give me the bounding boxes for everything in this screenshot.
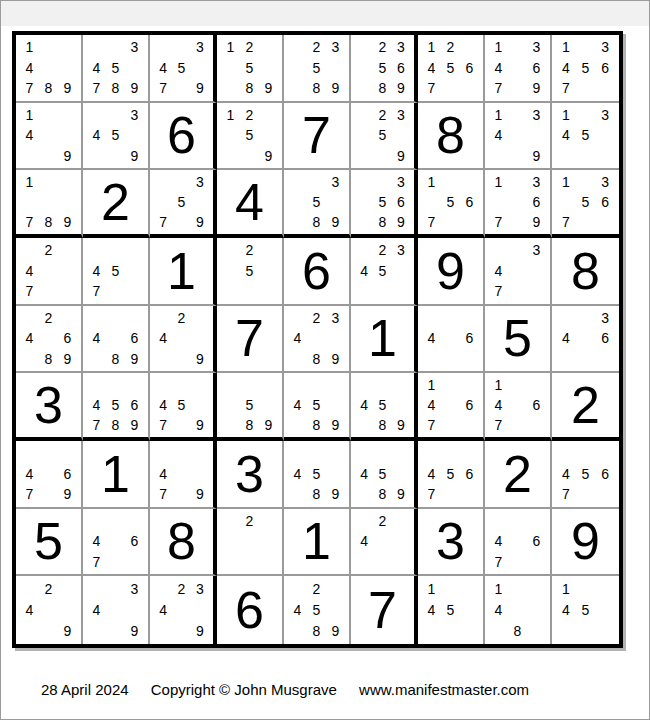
candidate-9	[460, 349, 479, 370]
solved-digit: 2	[552, 373, 619, 437]
candidate-9	[259, 281, 278, 302]
candidate-7	[489, 146, 508, 167]
cell-r3c7[interactable]: 1567	[418, 170, 485, 238]
candidate-4: 4	[87, 261, 106, 282]
candidate-4	[556, 192, 576, 212]
candidate-1	[154, 443, 172, 464]
candidate-9: 9	[125, 349, 144, 370]
cell-r2c1[interactable]: 149	[16, 103, 83, 171]
cell-r9c3[interactable]: 2349	[150, 576, 217, 644]
solved-digit: 2	[83, 170, 148, 234]
candidate-3	[460, 308, 479, 329]
pencil-marks: 23589	[284, 35, 349, 101]
candidate-8: 8	[39, 78, 58, 99]
candidate-9: 9	[191, 484, 209, 505]
cell-r9c7[interactable]: 145	[418, 576, 485, 644]
candidate-5: 5	[172, 192, 190, 212]
candidate-4: 4	[87, 395, 106, 415]
cell-r4c3[interactable]: 1	[150, 238, 217, 306]
candidate-6	[527, 125, 546, 146]
cell-r4c8[interactable]: 347	[485, 238, 552, 306]
candidate-2	[576, 37, 596, 58]
solved-digit: 7	[351, 576, 414, 644]
cell-r6c9[interactable]: 2	[552, 373, 619, 441]
candidate-2	[172, 375, 190, 395]
cell-r6c1[interactable]: 3	[16, 373, 83, 441]
candidate-8	[240, 146, 259, 167]
candidate-2	[508, 240, 527, 261]
solved-digit: 8	[150, 509, 213, 575]
cell-r7c1[interactable]: 4679	[16, 441, 83, 509]
candidate-1	[154, 37, 172, 58]
candidate-6	[58, 58, 77, 79]
cell-r8c7[interactable]: 3	[418, 509, 485, 577]
candidate-4: 4	[422, 600, 441, 621]
candidate-9	[527, 621, 546, 642]
candidate-5: 5	[441, 464, 460, 485]
candidate-6: 6	[392, 192, 410, 212]
candidate-6	[125, 600, 144, 621]
candidate-8	[576, 621, 596, 642]
candidate-2	[373, 443, 391, 464]
candidate-1: 1	[422, 37, 441, 58]
candidate-8	[508, 281, 527, 302]
cell-r2c7[interactable]: 8	[418, 103, 485, 171]
candidate-3	[460, 172, 479, 192]
candidate-1	[221, 240, 240, 261]
candidate-7	[288, 621, 307, 642]
solved-digit: 3	[217, 441, 282, 507]
candidate-7: 7	[87, 552, 106, 573]
candidate-2	[307, 443, 326, 464]
cell-r3c1[interactable]: 1789	[16, 170, 83, 238]
pencil-marks: 34579	[150, 35, 213, 101]
candidate-8	[441, 212, 460, 232]
candidate-4: 4	[556, 58, 576, 79]
candidate-4: 4	[20, 261, 39, 282]
candidate-9: 9	[58, 484, 77, 505]
pencil-marks: 1345	[552, 103, 619, 169]
candidate-6: 6	[527, 192, 546, 212]
cell-r2c4[interactable]: 1259	[217, 103, 284, 171]
candidate-4: 4	[556, 328, 576, 349]
solved-digit: 6	[217, 576, 282, 644]
candidate-2	[39, 443, 58, 464]
cell-r7c4[interactable]: 3	[217, 441, 284, 509]
candidate-3	[392, 443, 410, 464]
candidate-9	[460, 415, 479, 435]
candidate-9	[460, 78, 479, 99]
candidate-7: 7	[154, 415, 172, 435]
candidate-8	[106, 552, 125, 573]
candidate-1	[154, 375, 172, 395]
solved-digit: 8	[418, 103, 483, 169]
candidate-4: 4	[489, 125, 508, 146]
cell-r2c2[interactable]: 3459	[83, 103, 150, 171]
candidate-6	[191, 58, 209, 79]
candidate-9	[527, 415, 546, 435]
candidate-7: 7	[87, 281, 106, 302]
candidate-5: 5	[106, 125, 125, 146]
candidate-5: 5	[307, 58, 326, 79]
pencil-marks: 145	[418, 576, 483, 644]
candidate-5: 5	[576, 464, 596, 485]
cell-r1c7[interactable]: 124567	[418, 35, 485, 103]
candidate-8	[576, 78, 596, 99]
candidate-9: 9	[326, 484, 345, 505]
candidate-7: 7	[489, 78, 508, 99]
cell-r9c4[interactable]: 6	[217, 576, 284, 644]
candidate-3	[58, 308, 77, 329]
pencil-marks: 14789	[16, 35, 81, 101]
candidate-5: 5	[307, 464, 326, 485]
candidate-3	[58, 172, 77, 192]
candidate-5	[508, 600, 527, 621]
candidate-8: 8	[307, 415, 326, 435]
candidate-1	[355, 240, 373, 261]
candidate-9: 9	[58, 212, 77, 232]
cell-r5c4[interactable]: 7	[217, 306, 284, 374]
candidate-1: 1	[556, 105, 576, 126]
cell-r6c3[interactable]: 4579	[150, 373, 217, 441]
candidate-4: 4	[87, 531, 106, 552]
solved-digit: 8	[552, 238, 619, 304]
cell-r9c6[interactable]: 7	[351, 576, 418, 644]
candidate-6: 6	[392, 58, 410, 79]
candidate-7	[355, 415, 373, 435]
candidate-2: 2	[240, 240, 259, 261]
candidate-6	[125, 58, 144, 79]
candidate-6	[326, 395, 345, 415]
cell-r4c6[interactable]: 2345	[351, 238, 418, 306]
candidate-9	[460, 621, 479, 642]
candidate-7	[154, 349, 172, 370]
candidate-6	[259, 125, 278, 146]
cell-r3c5[interactable]: 3589	[284, 170, 351, 238]
cell-r4c7[interactable]: 9	[418, 238, 485, 306]
candidate-5: 5	[373, 395, 391, 415]
candidate-8	[576, 484, 596, 505]
cell-r2c5[interactable]: 7	[284, 103, 351, 171]
cell-r8c9[interactable]: 9	[552, 509, 619, 577]
pencil-marks: 589	[217, 373, 282, 437]
candidate-1: 1	[489, 172, 508, 192]
candidate-1	[221, 511, 240, 532]
cell-r9c2[interactable]: 349	[83, 576, 150, 644]
candidate-7: 7	[20, 484, 39, 505]
cell-r4c5[interactable]: 6	[284, 238, 351, 306]
candidate-3: 3	[326, 37, 345, 58]
solved-digit: 3	[418, 509, 483, 575]
candidate-2: 2	[172, 578, 190, 599]
candidate-6	[392, 464, 410, 485]
candidate-1	[288, 308, 307, 329]
candidate-6: 6	[527, 58, 546, 79]
candidate-1: 1	[556, 172, 576, 192]
candidate-7: 7	[20, 78, 39, 99]
candidate-9: 9	[125, 415, 144, 435]
cell-r5c8[interactable]: 5	[485, 306, 552, 374]
candidate-6: 6	[460, 192, 479, 212]
candidate-5: 5	[240, 58, 259, 79]
candidate-9	[595, 146, 615, 167]
candidate-4: 4	[489, 58, 508, 79]
candidate-6	[392, 261, 410, 282]
candidate-8	[106, 621, 125, 642]
candidate-1	[154, 578, 172, 599]
candidate-2: 2	[307, 37, 326, 58]
candidate-9: 9	[326, 415, 345, 435]
candidate-3	[595, 443, 615, 464]
cell-r8c5[interactable]: 1	[284, 509, 351, 577]
page: 1478934578934579125892358923568912456713…	[0, 0, 650, 720]
candidate-6	[595, 125, 615, 146]
candidate-3	[259, 37, 278, 58]
pencil-marks: 13679	[485, 170, 550, 234]
candidate-3	[460, 37, 479, 58]
candidate-2	[508, 375, 527, 395]
candidate-7	[288, 349, 307, 370]
cell-r3c6[interactable]: 35689	[351, 170, 418, 238]
cell-r8c3[interactable]: 8	[150, 509, 217, 577]
cell-r1c6[interactable]: 235689	[351, 35, 418, 103]
candidate-6	[392, 531, 410, 552]
pencil-marks: 25	[217, 238, 282, 304]
candidate-2: 2	[373, 37, 391, 58]
candidate-2: 2	[441, 37, 460, 58]
candidate-1	[87, 308, 106, 329]
candidate-1	[20, 443, 39, 464]
cell-r6c8[interactable]: 1467	[485, 373, 552, 441]
candidate-6	[392, 125, 410, 146]
candidate-1: 1	[422, 172, 441, 192]
cell-r1c2[interactable]: 345789	[83, 35, 150, 103]
candidate-7	[556, 146, 576, 167]
pencil-marks: 4589	[351, 373, 414, 437]
candidate-7: 7	[489, 212, 508, 232]
cell-r5c3[interactable]: 249	[150, 306, 217, 374]
cell-r6c7[interactable]: 1467	[418, 373, 485, 441]
cell-r8c8[interactable]: 467	[485, 509, 552, 577]
candidate-1	[20, 578, 39, 599]
cell-r2c6[interactable]: 2359	[351, 103, 418, 171]
cell-r9c5[interactable]: 24589	[284, 576, 351, 644]
candidate-6: 6	[595, 328, 615, 349]
cell-r1c5[interactable]: 23589	[284, 35, 351, 103]
candidate-2	[508, 511, 527, 532]
solved-digit: 4	[217, 170, 282, 234]
cell-r9c9[interactable]: 145	[552, 576, 619, 644]
pencil-marks: 467	[485, 509, 550, 575]
candidate-7	[556, 349, 576, 370]
candidate-1	[288, 375, 307, 395]
candidate-9	[595, 621, 615, 642]
cell-r9c8[interactable]: 148	[485, 576, 552, 644]
cell-r6c4[interactable]: 589	[217, 373, 284, 441]
candidate-8: 8	[307, 78, 326, 99]
candidate-8	[39, 484, 58, 505]
candidate-3: 3	[527, 105, 546, 126]
candidate-3: 3	[392, 172, 410, 192]
cell-r8c1[interactable]: 5	[16, 509, 83, 577]
candidate-4	[355, 125, 373, 146]
candidate-1	[87, 511, 106, 532]
pencil-marks: 2	[217, 509, 282, 575]
cell-r7c9[interactable]: 4567	[552, 441, 619, 509]
cell-r1c3[interactable]: 34579	[150, 35, 217, 103]
candidate-9	[392, 281, 410, 302]
solved-digit: 2	[485, 441, 550, 507]
candidate-3	[392, 375, 410, 395]
candidate-2	[39, 172, 58, 192]
cell-r6c5[interactable]: 4589	[284, 373, 351, 441]
cell-r1c4[interactable]: 12589	[217, 35, 284, 103]
cell-r3c9[interactable]: 13567	[552, 170, 619, 238]
candidate-7: 7	[489, 552, 508, 573]
cell-r5c2[interactable]: 4689	[83, 306, 150, 374]
candidate-5	[508, 395, 527, 415]
candidate-5	[106, 531, 125, 552]
cell-r5c9[interactable]: 346	[552, 306, 619, 374]
solved-digit: 5	[485, 306, 550, 372]
cell-r8c4[interactable]: 2	[217, 509, 284, 577]
candidate-6: 6	[125, 395, 144, 415]
candidate-7	[87, 621, 106, 642]
cell-r7c8[interactable]: 2	[485, 441, 552, 509]
candidate-9: 9	[58, 78, 77, 99]
cell-r7c3[interactable]: 479	[150, 441, 217, 509]
candidate-4	[422, 192, 441, 212]
candidate-5	[576, 328, 596, 349]
candidate-8	[576, 212, 596, 232]
cell-r9c1[interactable]: 249	[16, 576, 83, 644]
candidate-4: 4	[355, 261, 373, 282]
cell-r4c4[interactable]: 25	[217, 238, 284, 306]
candidate-4	[221, 395, 240, 415]
candidate-4: 4	[489, 261, 508, 282]
cell-r1c1[interactable]: 14789	[16, 35, 83, 103]
cell-r7c6[interactable]: 4589	[351, 441, 418, 509]
candidate-1: 1	[20, 37, 39, 58]
pencil-marks: 1467	[418, 373, 483, 437]
cell-r4c9[interactable]: 8	[552, 238, 619, 306]
cell-r3c2[interactable]: 2	[83, 170, 150, 238]
cell-r5c7[interactable]: 46	[418, 306, 485, 374]
cell-r8c2[interactable]: 467	[83, 509, 150, 577]
candidate-6	[326, 192, 345, 212]
cell-r4c2[interactable]: 457	[83, 238, 150, 306]
cell-r2c3[interactable]: 6	[150, 103, 217, 171]
candidate-6	[259, 395, 278, 415]
candidate-2: 2	[39, 240, 58, 261]
candidate-9	[527, 281, 546, 302]
candidate-9: 9	[527, 146, 546, 167]
candidate-9: 9	[191, 621, 209, 642]
candidate-9: 9	[392, 212, 410, 232]
candidate-7: 7	[422, 78, 441, 99]
solved-digit: 9	[552, 509, 619, 575]
candidate-6	[125, 261, 144, 282]
candidate-1: 1	[221, 37, 240, 58]
candidate-4: 4	[87, 328, 106, 349]
candidate-5	[508, 125, 527, 146]
pencil-marks: 148	[485, 576, 550, 644]
cell-r7c7[interactable]: 4567	[418, 441, 485, 509]
candidate-8	[373, 281, 391, 302]
cell-r3c3[interactable]: 3579	[150, 170, 217, 238]
candidate-3: 3	[125, 37, 144, 58]
footer-copyright: Copyright © John Musgrave	[151, 681, 337, 698]
candidate-2	[307, 375, 326, 395]
candidate-3: 3	[595, 308, 615, 329]
candidate-6	[527, 261, 546, 282]
candidate-7: 7	[154, 212, 172, 232]
candidate-4	[221, 531, 240, 552]
cell-r1c8[interactable]: 134679	[485, 35, 552, 103]
cell-r5c1[interactable]: 24689	[16, 306, 83, 374]
candidate-6	[191, 600, 209, 621]
candidate-1	[556, 443, 576, 464]
candidate-2	[508, 172, 527, 192]
candidate-6: 6	[125, 328, 144, 349]
candidate-9: 9	[58, 621, 77, 642]
candidate-5	[39, 261, 58, 282]
pencil-marks: 24	[351, 509, 414, 575]
candidate-7	[154, 621, 172, 642]
candidate-2	[39, 105, 58, 126]
candidate-1: 1	[20, 172, 39, 192]
cell-r4c1[interactable]: 247	[16, 238, 83, 306]
cell-r3c8[interactable]: 13679	[485, 170, 552, 238]
candidate-2	[172, 172, 190, 192]
cell-r6c2[interactable]: 456789	[83, 373, 150, 441]
candidate-8	[576, 146, 596, 167]
pencil-marks: 249	[16, 576, 81, 644]
candidate-6	[259, 531, 278, 552]
candidate-6	[58, 125, 77, 146]
candidate-8: 8	[240, 415, 259, 435]
cell-r5c6[interactable]: 1	[351, 306, 418, 374]
candidate-9: 9	[259, 146, 278, 167]
cell-r7c5[interactable]: 4589	[284, 441, 351, 509]
candidate-1	[87, 578, 106, 599]
candidate-2	[106, 105, 125, 126]
candidate-9: 9	[392, 146, 410, 167]
pencil-marks: 347	[485, 238, 550, 304]
candidate-3	[191, 375, 209, 395]
candidate-9: 9	[259, 78, 278, 99]
candidate-4: 4	[422, 395, 441, 415]
candidate-9	[125, 552, 144, 573]
candidate-6	[326, 58, 345, 79]
cell-r2c8[interactable]: 1349	[485, 103, 552, 171]
cell-r2c9[interactable]: 1345	[552, 103, 619, 171]
solved-digit: 7	[284, 103, 349, 169]
cell-r3c4[interactable]: 4	[217, 170, 284, 238]
pencil-marks: 4567	[418, 441, 483, 507]
cell-r6c6[interactable]: 4589	[351, 373, 418, 441]
candidate-5	[172, 600, 190, 621]
cell-r8c6[interactable]: 24	[351, 509, 418, 577]
candidate-8: 8	[307, 212, 326, 232]
solved-digit: 6	[284, 238, 349, 304]
candidate-4: 4	[556, 464, 576, 485]
cell-r5c5[interactable]: 23489	[284, 306, 351, 374]
pencil-marks: 3589	[284, 170, 349, 234]
candidate-2	[172, 37, 190, 58]
cell-r1c9[interactable]: 134567	[552, 35, 619, 103]
cell-r7c2[interactable]: 1	[83, 441, 150, 509]
